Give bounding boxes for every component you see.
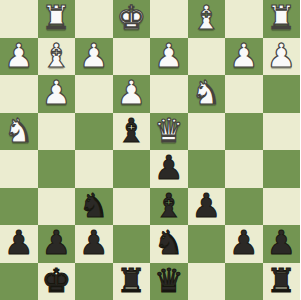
square-g1[interactable]: ♜ — [38, 0, 76, 38]
square-c7[interactable] — [188, 225, 226, 263]
square-f3[interactable] — [75, 75, 113, 113]
piece-white-queen-d4[interactable]: ♛ — [154, 114, 184, 147]
square-a2[interactable]: ♟ — [263, 38, 301, 76]
square-d4[interactable]: ♛ — [150, 113, 188, 151]
square-e6[interactable] — [113, 188, 151, 226]
square-e1[interactable]: ♚ — [113, 0, 151, 38]
square-d6[interactable]: ♝ — [150, 188, 188, 226]
piece-white-king-e1[interactable]: ♚ — [116, 1, 146, 34]
square-c6[interactable]: ♟ — [188, 188, 226, 226]
square-a5[interactable] — [263, 150, 301, 188]
square-g5[interactable] — [38, 150, 76, 188]
square-f2[interactable]: ♟ — [75, 38, 113, 76]
piece-black-pawn-a7[interactable]: ♟ — [266, 226, 296, 259]
square-b3[interactable] — [225, 75, 263, 113]
piece-black-pawn-c6[interactable]: ♟ — [191, 189, 221, 222]
square-f5[interactable] — [75, 150, 113, 188]
square-a6[interactable] — [263, 188, 301, 226]
piece-white-knight-h4[interactable]: ♞ — [4, 114, 34, 147]
square-g6[interactable] — [38, 188, 76, 226]
square-d2[interactable]: ♟ — [150, 38, 188, 76]
square-b2[interactable]: ♟ — [225, 38, 263, 76]
square-c4[interactable] — [188, 113, 226, 151]
square-g4[interactable] — [38, 113, 76, 151]
square-f8[interactable] — [75, 263, 113, 300]
square-f1[interactable] — [75, 0, 113, 38]
piece-black-pawn-f7[interactable]: ♟ — [79, 226, 109, 259]
piece-black-knight-d7[interactable]: ♞ — [154, 226, 184, 259]
square-b7[interactable]: ♟ — [225, 225, 263, 263]
square-c5[interactable] — [188, 150, 226, 188]
square-a4[interactable] — [263, 113, 301, 151]
square-h5[interactable] — [0, 150, 38, 188]
piece-black-queen-d8[interactable]: ♛ — [154, 264, 184, 297]
square-b6[interactable] — [225, 188, 263, 226]
square-g8[interactable]: ♚ — [38, 263, 76, 300]
square-a1[interactable]: ♜ — [263, 0, 301, 38]
square-c1[interactable]: ♝ — [188, 0, 226, 38]
square-f6[interactable]: ♞ — [75, 188, 113, 226]
piece-black-bishop-d6[interactable]: ♝ — [154, 189, 184, 222]
piece-white-rook-g1[interactable]: ♜ — [41, 1, 71, 34]
piece-white-knight-c3[interactable]: ♞ — [191, 76, 221, 109]
piece-white-rook-a1[interactable]: ♜ — [266, 1, 296, 34]
square-c2[interactable] — [188, 38, 226, 76]
square-f4[interactable] — [75, 113, 113, 151]
square-h1[interactable] — [0, 0, 38, 38]
square-d7[interactable]: ♞ — [150, 225, 188, 263]
square-d8[interactable]: ♛ — [150, 263, 188, 300]
square-d1[interactable] — [150, 0, 188, 38]
square-h2[interactable]: ♟ — [0, 38, 38, 76]
piece-black-pawn-d5[interactable]: ♟ — [154, 151, 184, 184]
square-b4[interactable] — [225, 113, 263, 151]
piece-white-bishop-g2[interactable]: ♝ — [41, 39, 71, 72]
square-e2[interactable] — [113, 38, 151, 76]
square-h7[interactable]: ♟ — [0, 225, 38, 263]
piece-black-pawn-g7[interactable]: ♟ — [41, 226, 71, 259]
square-a8[interactable]: ♜ — [263, 263, 301, 300]
piece-black-pawn-b7[interactable]: ♟ — [229, 226, 259, 259]
square-h6[interactable] — [0, 188, 38, 226]
piece-white-pawn-h2[interactable]: ♟ — [4, 39, 34, 72]
square-c3[interactable]: ♞ — [188, 75, 226, 113]
chess-board: ♜♚♝♜♟♝♟♟♟♟♟♟♞♞♝♛♟♞♝♟♟♟♟♞♟♟♚♜♛♜ — [0, 0, 300, 300]
square-a3[interactable] — [263, 75, 301, 113]
square-b5[interactable] — [225, 150, 263, 188]
piece-white-pawn-g3[interactable]: ♟ — [41, 76, 71, 109]
square-h8[interactable] — [0, 263, 38, 300]
square-c8[interactable] — [188, 263, 226, 300]
piece-black-rook-a8[interactable]: ♜ — [266, 264, 296, 297]
square-h3[interactable] — [0, 75, 38, 113]
square-d5[interactable]: ♟ — [150, 150, 188, 188]
square-e5[interactable] — [113, 150, 151, 188]
square-e7[interactable] — [113, 225, 151, 263]
piece-black-king-g8[interactable]: ♚ — [41, 264, 71, 297]
square-b1[interactable] — [225, 0, 263, 38]
square-e8[interactable]: ♜ — [113, 263, 151, 300]
square-h4[interactable]: ♞ — [0, 113, 38, 151]
square-f7[interactable]: ♟ — [75, 225, 113, 263]
piece-white-pawn-e3[interactable]: ♟ — [116, 76, 146, 109]
square-b8[interactable] — [225, 263, 263, 300]
square-a7[interactable]: ♟ — [263, 225, 301, 263]
square-g3[interactable]: ♟ — [38, 75, 76, 113]
piece-black-bishop-e4[interactable]: ♝ — [116, 114, 146, 147]
square-e3[interactable]: ♟ — [113, 75, 151, 113]
square-e4[interactable]: ♝ — [113, 113, 151, 151]
piece-black-knight-f6[interactable]: ♞ — [79, 189, 109, 222]
square-d3[interactable] — [150, 75, 188, 113]
square-g7[interactable]: ♟ — [38, 225, 76, 263]
piece-black-pawn-h7[interactable]: ♟ — [4, 226, 34, 259]
piece-white-pawn-b2[interactable]: ♟ — [229, 39, 259, 72]
piece-white-pawn-a2[interactable]: ♟ — [266, 39, 296, 72]
piece-white-pawn-d2[interactable]: ♟ — [154, 39, 184, 72]
piece-white-bishop-c1[interactable]: ♝ — [191, 1, 221, 34]
piece-black-rook-e8[interactable]: ♜ — [116, 264, 146, 297]
square-g2[interactable]: ♝ — [38, 38, 76, 76]
piece-white-pawn-f2[interactable]: ♟ — [79, 39, 109, 72]
